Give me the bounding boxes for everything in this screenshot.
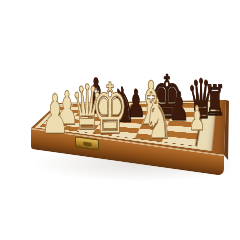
white-pawn: ♟ xyxy=(188,102,205,135)
white-knight: ♞ xyxy=(143,91,172,147)
white-pawn: ♟ xyxy=(41,88,69,142)
pieces-layer: ♟♟♛♝♚♞♟♝♞♚♟♛♟♜ xyxy=(0,0,240,240)
white-king: ♚ xyxy=(92,74,128,144)
chess-set-photo: ♟♟♛♝♚♞♟♝♞♚♟♛♟♜ xyxy=(0,0,240,240)
